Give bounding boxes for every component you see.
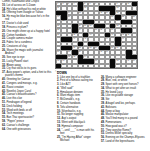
clue-item: 50. How good was it? [101, 125, 148, 128]
clue-item: 20. One might cheer up at a happy hotel [2, 30, 53, 33]
cell-number: 47 [122, 38, 124, 40]
cell-number: 36 [100, 29, 102, 31]
clue-number: 4. [57, 87, 60, 90]
clue-number: 53. [101, 132, 105, 135]
clue-item: 55. Ban Thai sportscaster? [2, 116, 53, 119]
cell-number: 45 [84, 38, 86, 40]
down-clue-list-1: 1. Like one leg of a triathlon2. First o… [57, 76, 99, 151]
clue-number: 16. [2, 15, 6, 18]
clue-number: 58. [2, 120, 6, 123]
cell-number: 60 [100, 51, 102, 53]
clue-item: 39. A bagel and lox, perhaps [101, 102, 148, 105]
clue-item: 19. Hymnal composer [57, 125, 99, 128]
cell-number: 42 [122, 34, 124, 36]
clue-item: 62. Caesar's challenge [2, 124, 53, 127]
clue-number: 8. [57, 102, 60, 105]
clue-number: 46. [2, 97, 6, 100]
cell-number: 37 [111, 29, 113, 31]
cell-number: 17 [106, 12, 108, 14]
cell-number: 66 [63, 60, 65, 62]
clue-number: 33. [2, 67, 6, 70]
clue-item: 30. See eye to eye [2, 56, 53, 59]
cell-number: 26 [95, 20, 97, 22]
clue-number: 62. [2, 124, 6, 127]
cell-number: 1 [57, 3, 58, 5]
cell-number: 3 [68, 3, 69, 5]
grid-cell [132, 64, 137, 68]
clue-number: 40. [2, 78, 6, 81]
cell-number: 46 [106, 38, 108, 40]
clue-number: 31. [2, 60, 6, 63]
clue-number: 19. [57, 125, 61, 128]
clue-number: 37. [2, 71, 6, 74]
clue-number: 25. [2, 45, 6, 48]
cell-number: 64 [84, 56, 86, 58]
cell-number: 30 [84, 25, 86, 27]
cell-number: 56 [117, 47, 119, 49]
cell-number: 51 [73, 47, 75, 49]
clue-item: 34. What to get after an insult [101, 87, 148, 90]
clue-number: 23. [2, 41, 6, 44]
clue-item: 64. One with grievances [2, 128, 53, 131]
cell-number: 48 [57, 42, 59, 44]
cell-number: 43 [127, 34, 129, 36]
cell-number: 33 [57, 29, 59, 31]
cell-number: 24 [57, 20, 59, 22]
cell-number: 8 [117, 3, 118, 5]
cell-number: 28 [57, 25, 59, 27]
clue-item: 37. Auto power's option, and a hint to t… [2, 71, 53, 78]
cell-number: 11 [57, 7, 59, 9]
clue-number: 41. [2, 82, 6, 85]
clue-item: 52. Deck holding [2, 105, 53, 108]
cell-number: 16 [100, 12, 102, 14]
clue-number: 7. [57, 98, 60, 101]
cell-number: 71 [63, 64, 65, 66]
clue-item: 51. Pendragon of legend [2, 101, 53, 104]
clue-number: 55. [2, 116, 6, 119]
clue-number: 34. [101, 87, 105, 90]
cell-number: 34 [79, 29, 81, 31]
cell-number: 15 [79, 12, 81, 14]
cell-number: 70 [133, 60, 135, 62]
clue-item: 18. Princess in plum? [2, 26, 53, 29]
clue-item: 29. Sport with very wet horses? [101, 83, 148, 86]
cell-number: 54 [95, 47, 97, 49]
clue-number: 26. [2, 49, 6, 52]
crossword-grid: 1234567891011121314151617181920212223242… [55, 1, 138, 69]
cell-number: 67 [95, 60, 97, 62]
clue-number: 20. [2, 30, 6, 33]
clue-item: 4. "Well said!" [57, 87, 99, 90]
cell-number: 32 [117, 25, 119, 27]
clue-number: 3. [57, 83, 60, 86]
clue-number: 13. [57, 121, 61, 124]
clue-item: 13. Went with blackjack [57, 121, 99, 124]
cell-number: 9 [122, 3, 123, 5]
clue-item: 57. Land of the leprechauns [101, 140, 148, 143]
cell-number: 55 [111, 47, 113, 49]
clue-item: 16. He may be blue because he's in the r… [2, 15, 53, 22]
cell-number: 5 [84, 3, 85, 5]
cell-number: 18 [117, 12, 119, 14]
cell-number: 68 [117, 60, 119, 62]
cell-number: 22 [122, 16, 124, 18]
cell-number: 53 [90, 47, 92, 49]
clue-number: 15. [2, 11, 6, 14]
clue-item: 26. Share the magic with journalist Andr… [2, 49, 53, 56]
cell-number: 6 [90, 3, 91, 5]
cell-number: 62 [68, 56, 70, 58]
clue-number: 9. [57, 106, 60, 109]
clue-number: 52. [2, 105, 6, 108]
cell-number: 41 [111, 34, 113, 36]
cell-number: 44 [73, 38, 75, 40]
cell-number: 19 [57, 16, 59, 18]
cell-number: 10 [127, 3, 129, 5]
clue-item: 42. Roost creation [2, 86, 53, 89]
cell-number: 21 [111, 16, 113, 18]
cell-number: 49 [100, 42, 102, 44]
clue-item: 43. Bolivians [101, 106, 148, 109]
clue-item: 41. Congers and morays, e.g. [2, 82, 53, 85]
clue-number: 49. [101, 121, 105, 124]
clue-number: 51. [2, 101, 6, 104]
cell-number: 23 [133, 16, 135, 18]
cell-number: 58 [68, 51, 70, 53]
clue-number: 30. [2, 56, 6, 59]
cell-number: 52 [79, 47, 81, 49]
clue-number: 48. [101, 117, 105, 120]
cell-number: 38 [57, 34, 59, 36]
clue-item: 25. Creatures of clay [2, 45, 53, 48]
clue-number: 56. [101, 136, 105, 139]
cell-number: 59 [79, 51, 81, 53]
down-clue-list-2: 26. Many a software engineer28. Blue, re… [101, 76, 148, 151]
clue-item: 3. Like AZT [57, 83, 99, 86]
cell-number: 7 [95, 3, 96, 5]
clue-item: 58. "Pippin" prince [2, 120, 53, 123]
cell-number: 39 [73, 34, 75, 36]
clue-item: 10. Lot of across on 5-Down [2, 4, 53, 7]
cell-number: 63 [73, 56, 75, 58]
cell-number: 25 [63, 20, 65, 22]
clue-number: 54. [2, 112, 6, 115]
cell-number: 31 [90, 25, 92, 27]
cell-number: 20 [68, 16, 70, 18]
across-clue-list: Comet, Kalamazoo and Crispix10. Lot of a… [2, 0, 53, 150]
clue-number: 45. [2, 93, 6, 96]
cell-number: 40 [90, 34, 92, 36]
cell-number: 57 [57, 51, 59, 53]
cell-number: 12 [84, 7, 86, 9]
clue-item: 25. "I'm Having Affair" singer Michael [57, 136, 99, 143]
clue-number: 2. [57, 79, 60, 82]
clue-item: Comet, Kalamazoo and Crispix [2, 0, 53, 3]
clue-number: 42. [2, 86, 6, 89]
clue-number: 57. [101, 140, 105, 143]
cell-number: 65 [57, 60, 59, 62]
clue-item: 24. "...until ___" is man with his feet [57, 129, 99, 136]
clue-number: 64. [2, 128, 6, 131]
clue-item: 49. Pomeranians [101, 121, 148, 124]
clue-item: 8. Certain handouts [57, 102, 99, 105]
clue-number: 17. [2, 22, 6, 25]
clue-number: 29. [101, 83, 105, 86]
clue-item: 31. Lucky Powell start [2, 60, 53, 63]
clue-number: 24. [57, 129, 61, 132]
cell-number: 50 [122, 42, 124, 44]
clue-number: 28. [101, 79, 105, 82]
cell-number: 4 [73, 3, 74, 5]
clue-number: 25. [57, 136, 61, 139]
cell-number: 35 [95, 29, 97, 31]
clue-number: 43. [101, 106, 105, 109]
clue-item: 9. Tofu alternative [57, 106, 99, 109]
clue-number: 38. [101, 98, 105, 101]
cell-number: 13 [117, 7, 119, 9]
clue-number: 10. [2, 4, 6, 7]
clue-number: 18. [2, 26, 6, 29]
clue-number: 50. [101, 125, 105, 128]
cell-number: 69 [127, 60, 129, 62]
cell-number: 14 [68, 12, 70, 14]
cell-number: 72 [117, 64, 119, 66]
cell-number: 27 [117, 20, 119, 22]
cell-number: 29 [79, 25, 81, 27]
clue-number: 39. [101, 102, 105, 105]
clue-number: 12. [57, 117, 61, 120]
cell-number: 61 [106, 51, 108, 53]
cell-number: 2 [63, 3, 64, 5]
